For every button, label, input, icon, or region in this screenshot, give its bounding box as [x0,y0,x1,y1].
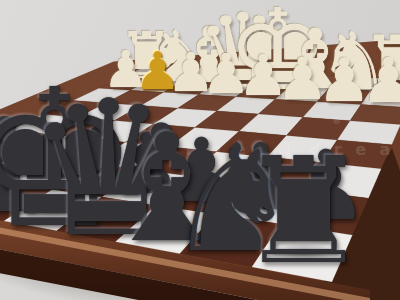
chess-board [0,0,400,300]
chess-photo: ♜♞♝♛♚♝♞♜♟♟♟♟♟♟♟♟♟♟♟♟♟♟♟♟♜♞♝♚♛♝♞♜ ⓓ d r e… [0,0,400,300]
